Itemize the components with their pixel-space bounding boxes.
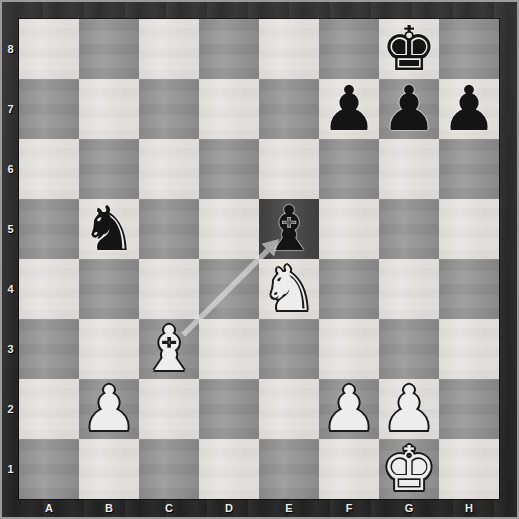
rank-labels: 87654321 xyxy=(2,19,19,499)
square-c4[interactable] xyxy=(139,259,199,319)
square-a8[interactable] xyxy=(19,19,79,79)
square-c8[interactable] xyxy=(139,19,199,79)
square-f8[interactable] xyxy=(319,19,379,79)
square-e6[interactable] xyxy=(259,139,319,199)
square-h4[interactable] xyxy=(439,259,499,319)
square-a2[interactable] xyxy=(19,379,79,439)
square-a3[interactable] xyxy=(19,319,79,379)
square-e1[interactable] xyxy=(259,439,319,499)
piece-white-pawn: ♟ xyxy=(81,379,137,439)
square-a7[interactable] xyxy=(19,79,79,139)
piece-black-knight: ♞ xyxy=(81,199,137,259)
file-label-H: H xyxy=(439,499,499,517)
piece-black-king: ♚ xyxy=(381,19,437,79)
square-g3[interactable] xyxy=(379,319,439,379)
square-h8[interactable] xyxy=(439,19,499,79)
square-g5[interactable] xyxy=(379,199,439,259)
square-f5[interactable] xyxy=(319,199,379,259)
rank-label-8: 8 xyxy=(2,19,19,79)
rank-label-7: 7 xyxy=(2,79,19,139)
square-d4[interactable] xyxy=(199,259,259,319)
square-b1[interactable] xyxy=(79,439,139,499)
piece-black-pawn: ♟ xyxy=(381,79,437,139)
piece-white-pawn: ♟ xyxy=(381,379,437,439)
file-label-E: E xyxy=(259,499,319,517)
rank-label-4: 4 xyxy=(2,259,19,319)
piece-black-pawn: ♟ xyxy=(321,79,377,139)
square-g2[interactable]: ♟ xyxy=(379,379,439,439)
square-b6[interactable] xyxy=(79,139,139,199)
piece-white-king: ♚ xyxy=(381,439,437,499)
file-label-F: F xyxy=(319,499,379,517)
square-e5[interactable]: ♝ xyxy=(259,199,319,259)
square-g7[interactable]: ♟ xyxy=(379,79,439,139)
square-d5[interactable] xyxy=(199,199,259,259)
square-g1[interactable]: ♚ xyxy=(379,439,439,499)
square-g4[interactable] xyxy=(379,259,439,319)
square-b4[interactable] xyxy=(79,259,139,319)
square-h2[interactable] xyxy=(439,379,499,439)
piece-white-knight: ♞ xyxy=(261,259,317,319)
square-c2[interactable] xyxy=(139,379,199,439)
square-b7[interactable] xyxy=(79,79,139,139)
square-e3[interactable] xyxy=(259,319,319,379)
square-a5[interactable] xyxy=(19,199,79,259)
chess-board-frame: 87654321 ABCDEFGH ♚♟♟♟♞♝♞♝♟♟♟♚ xyxy=(0,0,519,519)
square-c7[interactable] xyxy=(139,79,199,139)
square-e7[interactable] xyxy=(259,79,319,139)
file-label-B: B xyxy=(79,499,139,517)
square-a6[interactable] xyxy=(19,139,79,199)
square-f4[interactable] xyxy=(319,259,379,319)
square-e2[interactable] xyxy=(259,379,319,439)
square-c3[interactable]: ♝ xyxy=(139,319,199,379)
square-h6[interactable] xyxy=(439,139,499,199)
file-label-D: D xyxy=(199,499,259,517)
rank-label-1: 1 xyxy=(2,439,19,499)
square-f1[interactable] xyxy=(319,439,379,499)
square-d2[interactable] xyxy=(199,379,259,439)
square-b8[interactable] xyxy=(79,19,139,79)
square-c6[interactable] xyxy=(139,139,199,199)
piece-black-pawn: ♟ xyxy=(441,79,497,139)
rank-label-5: 5 xyxy=(2,199,19,259)
square-f3[interactable] xyxy=(319,319,379,379)
square-f2[interactable]: ♟ xyxy=(319,379,379,439)
square-a4[interactable] xyxy=(19,259,79,319)
square-d6[interactable] xyxy=(199,139,259,199)
square-e4[interactable]: ♞ xyxy=(259,259,319,319)
square-b2[interactable]: ♟ xyxy=(79,379,139,439)
square-a1[interactable] xyxy=(19,439,79,499)
square-h7[interactable]: ♟ xyxy=(439,79,499,139)
square-h3[interactable] xyxy=(439,319,499,379)
square-f7[interactable]: ♟ xyxy=(319,79,379,139)
piece-black-bishop: ♝ xyxy=(261,199,317,259)
piece-white-bishop: ♝ xyxy=(141,319,197,379)
file-label-C: C xyxy=(139,499,199,517)
square-d7[interactable] xyxy=(199,79,259,139)
chess-board: ♚♟♟♟♞♝♞♝♟♟♟♚ xyxy=(19,19,499,499)
square-d3[interactable] xyxy=(199,319,259,379)
square-e8[interactable] xyxy=(259,19,319,79)
square-b5[interactable]: ♞ xyxy=(79,199,139,259)
square-f6[interactable] xyxy=(319,139,379,199)
square-d1[interactable] xyxy=(199,439,259,499)
square-g6[interactable] xyxy=(379,139,439,199)
rank-label-2: 2 xyxy=(2,379,19,439)
square-c1[interactable] xyxy=(139,439,199,499)
square-c5[interactable] xyxy=(139,199,199,259)
file-label-A: A xyxy=(19,499,79,517)
square-h1[interactable] xyxy=(439,439,499,499)
square-g8[interactable]: ♚ xyxy=(379,19,439,79)
square-b3[interactable] xyxy=(79,319,139,379)
piece-white-pawn: ♟ xyxy=(321,379,377,439)
square-h5[interactable] xyxy=(439,199,499,259)
square-d8[interactable] xyxy=(199,19,259,79)
rank-label-6: 6 xyxy=(2,139,19,199)
rank-label-3: 3 xyxy=(2,319,19,379)
